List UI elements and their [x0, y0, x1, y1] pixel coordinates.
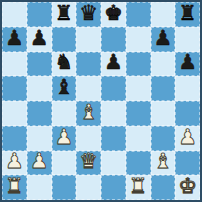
square-d7[interactable]: [76, 27, 101, 52]
square-e2[interactable]: [101, 151, 126, 176]
piece-white-bishop[interactable]: ♝: [79, 102, 98, 123]
square-b5[interactable]: [27, 76, 52, 101]
square-f4[interactable]: [126, 101, 151, 126]
square-f3[interactable]: [126, 126, 151, 151]
square-c7[interactable]: [52, 27, 77, 52]
square-e4[interactable]: [101, 101, 126, 126]
square-a3[interactable]: [2, 126, 27, 151]
square-c8[interactable]: ♜: [52, 2, 77, 27]
square-a4[interactable]: [2, 101, 27, 126]
square-d1[interactable]: [76, 175, 101, 200]
piece-black-queen[interactable]: ♛: [79, 3, 98, 24]
piece-black-pawn[interactable]: ♟: [5, 28, 24, 49]
piece-black-pawn[interactable]: ♟: [178, 52, 197, 73]
square-h2[interactable]: [175, 151, 200, 176]
square-d4[interactable]: ♝: [76, 101, 101, 126]
piece-white-pawn[interactable]: ♟: [30, 151, 49, 172]
square-b7[interactable]: ♟: [27, 27, 52, 52]
piece-black-pawn[interactable]: ♟: [104, 52, 123, 73]
square-b1[interactable]: [27, 175, 52, 200]
square-d6[interactable]: [76, 52, 101, 77]
square-c1[interactable]: [52, 175, 77, 200]
square-b8[interactable]: [27, 2, 52, 27]
square-c4[interactable]: [52, 101, 77, 126]
piece-black-rook[interactable]: ♜: [178, 3, 197, 24]
square-f2[interactable]: [126, 151, 151, 176]
piece-black-pawn[interactable]: ♟: [30, 28, 49, 49]
piece-black-pawn[interactable]: ♟: [153, 28, 172, 49]
square-d8[interactable]: ♛: [76, 2, 101, 27]
piece-white-king[interactable]: ♚: [178, 176, 197, 197]
square-c3[interactable]: ♟: [52, 126, 77, 151]
square-e5[interactable]: [101, 76, 126, 101]
square-d5[interactable]: [76, 76, 101, 101]
piece-white-pawn[interactable]: ♟: [178, 127, 197, 148]
square-h1[interactable]: ♚: [175, 175, 200, 200]
square-f5[interactable]: [126, 76, 151, 101]
square-b4[interactable]: [27, 101, 52, 126]
square-e6[interactable]: ♟: [101, 52, 126, 77]
piece-black-knight[interactable]: ♞: [54, 52, 73, 73]
square-f8[interactable]: [126, 2, 151, 27]
square-h4[interactable]: [175, 101, 200, 126]
square-g5[interactable]: [151, 76, 176, 101]
square-g3[interactable]: [151, 126, 176, 151]
square-a8[interactable]: [2, 2, 27, 27]
chess-board: ♜♛♚♜♟♟♟♞♟♟♝♝♟♟♟♟♛♝♜♜♚: [0, 0, 202, 202]
square-f1[interactable]: ♜: [126, 175, 151, 200]
square-g7[interactable]: ♟: [151, 27, 176, 52]
square-d3[interactable]: [76, 126, 101, 151]
square-h5[interactable]: [175, 76, 200, 101]
square-h3[interactable]: ♟: [175, 126, 200, 151]
square-f6[interactable]: [126, 52, 151, 77]
piece-black-rook[interactable]: ♜: [54, 3, 73, 24]
square-g8[interactable]: [151, 2, 176, 27]
piece-white-pawn[interactable]: ♟: [54, 127, 73, 148]
piece-white-bishop[interactable]: ♝: [153, 151, 172, 172]
square-g1[interactable]: [151, 175, 176, 200]
piece-black-bishop[interactable]: ♝: [54, 77, 73, 98]
square-e1[interactable]: [101, 175, 126, 200]
square-e8[interactable]: ♚: [101, 2, 126, 27]
square-g6[interactable]: [151, 52, 176, 77]
square-g2[interactable]: ♝: [151, 151, 176, 176]
piece-black-king[interactable]: ♚: [104, 3, 123, 24]
square-b6[interactable]: [27, 52, 52, 77]
piece-white-rook[interactable]: ♜: [129, 176, 148, 197]
square-a2[interactable]: ♟: [2, 151, 27, 176]
square-b3[interactable]: [27, 126, 52, 151]
square-a7[interactable]: ♟: [2, 27, 27, 52]
square-h8[interactable]: ♜: [175, 2, 200, 27]
square-h6[interactable]: ♟: [175, 52, 200, 77]
square-c6[interactable]: ♞: [52, 52, 77, 77]
piece-white-rook[interactable]: ♜: [5, 176, 24, 197]
square-c5[interactable]: ♝: [52, 76, 77, 101]
square-a1[interactable]: ♜: [2, 175, 27, 200]
square-f7[interactable]: [126, 27, 151, 52]
square-a6[interactable]: [2, 52, 27, 77]
square-e7[interactable]: [101, 27, 126, 52]
square-d2[interactable]: ♛: [76, 151, 101, 176]
square-e3[interactable]: [101, 126, 126, 151]
square-h7[interactable]: [175, 27, 200, 52]
square-b2[interactable]: ♟: [27, 151, 52, 176]
square-g4[interactable]: [151, 101, 176, 126]
piece-white-queen[interactable]: ♛: [79, 151, 98, 172]
square-a5[interactable]: [2, 76, 27, 101]
piece-white-pawn[interactable]: ♟: [5, 151, 24, 172]
square-c2[interactable]: [52, 151, 77, 176]
